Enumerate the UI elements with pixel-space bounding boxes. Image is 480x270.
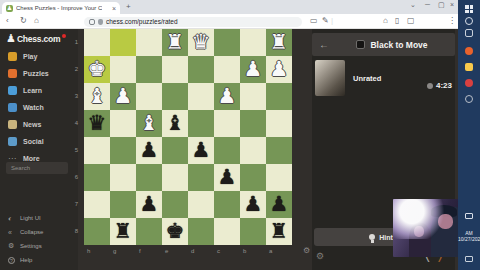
sidebar-toggle-icon[interactable]: ▭ (310, 16, 318, 25)
white-king-h2: ♚ (88, 59, 107, 80)
square-e2[interactable] (162, 56, 188, 83)
square-c8[interactable] (214, 218, 240, 245)
sidebar-item-label: Learn (23, 87, 42, 94)
black-bishop-e4: ♝ (166, 113, 185, 134)
rank-labels: 12345678 (66, 29, 82, 245)
search-input[interactable]: Search (6, 162, 68, 174)
footer-item-label: Light UI (20, 215, 41, 221)
square-c5[interactable] (214, 137, 240, 164)
clock-icon (427, 83, 433, 89)
chesscom-logo[interactable]: ♟ Chess.com (6, 33, 66, 44)
file-label-g: g (110, 246, 136, 256)
taskbar-search-icon[interactable] (465, 17, 473, 25)
square-h8[interactable] (84, 218, 110, 245)
sidebar-footer-help[interactable]: ?Help (8, 254, 32, 266)
square-h1[interactable] (84, 29, 110, 56)
square-e3[interactable] (162, 83, 188, 110)
window-minimize-icon[interactable]: ─ (425, 1, 430, 8)
square-d8[interactable] (188, 218, 214, 245)
square-a7[interactable]: ♟ (266, 191, 292, 218)
black-to-move-wrap: Black to Move (356, 40, 427, 50)
square-a4[interactable] (266, 110, 292, 137)
sidebar-item-label: Puzzles (23, 70, 49, 77)
square-h2[interactable]: ♚ (84, 56, 110, 83)
white-bishop-h3: ♝ (88, 86, 107, 107)
square-g3[interactable]: ♟ (110, 83, 136, 110)
square-b1[interactable] (240, 29, 266, 56)
watch-icon (8, 103, 17, 112)
light-ui-icon: ◐ (8, 215, 17, 222)
windows-taskbar: AM 10/27/2023 (458, 0, 480, 270)
rank-label-1: 1 (66, 29, 82, 56)
file-label-e: e (162, 246, 188, 256)
square-b2[interactable]: ♟ (240, 56, 266, 83)
square-f6[interactable] (136, 164, 162, 191)
white-rook-e1: ♜ (166, 32, 185, 53)
black-pawn-d5: ♟ (192, 140, 211, 161)
square-c6[interactable]: ♟ (214, 164, 240, 191)
square-b8[interactable] (240, 218, 266, 245)
square-e6[interactable] (162, 164, 188, 191)
player-row: Unrated 4:23 (315, 60, 452, 98)
square-d2[interactable] (188, 56, 214, 83)
social-icon (8, 137, 17, 146)
black-square-icon (356, 40, 365, 49)
share-icon[interactable]: ✎ (322, 16, 329, 25)
square-g2[interactable] (110, 56, 136, 83)
file-label-d: d (188, 246, 214, 256)
logo-pawn-icon: ♟ (6, 33, 16, 44)
square-c3[interactable]: ♟ (214, 83, 240, 110)
footer-item-label: Collapse (20, 229, 43, 235)
taskbar-media-app-icon[interactable] (465, 79, 473, 87)
downloads-icon[interactable]: ⌂ (383, 16, 388, 25)
sidebar-item-label: Watch (23, 104, 44, 111)
file-label-c: c (214, 246, 240, 256)
site-info-icon[interactable] (89, 19, 95, 25)
rank-label-3: 3 (66, 83, 82, 110)
square-a1[interactable]: ♜ (266, 29, 292, 56)
square-a2[interactable]: ♟ (266, 56, 292, 83)
browser-tab-strip: ♟ Chess Puzzles - Improve Your C × + ⌄ ─… (0, 0, 458, 14)
square-c4[interactable] (214, 110, 240, 137)
black-pawn-a7: ♟ (270, 194, 289, 215)
window-restore-icon[interactable]: ⌄ (410, 1, 416, 9)
screen: ♟ Chess Puzzles - Improve Your C × + ⌄ ─… (0, 0, 480, 270)
black-pawn-b7: ♟ (244, 194, 263, 215)
square-g6[interactable] (110, 164, 136, 191)
rank-label-7: 7 (66, 191, 82, 218)
black-pawn-f5: ♟ (140, 140, 159, 161)
square-g7[interactable] (110, 191, 136, 218)
webcam-light-flare (393, 199, 445, 239)
play-icon (8, 52, 17, 61)
square-a8[interactable]: ♜ (266, 218, 292, 245)
square-g1[interactable] (110, 29, 136, 56)
rank-label-2: 2 (66, 56, 82, 83)
square-a6[interactable] (266, 164, 292, 191)
taskbar-folder-app-icon[interactable] (465, 63, 473, 71)
file-labels: hgfedcba (84, 246, 292, 256)
rank-label-8: 8 (66, 218, 82, 245)
black-rook-g8: ♜ (114, 221, 133, 242)
square-h4[interactable]: ♛ (84, 110, 110, 137)
square-d3[interactable] (188, 83, 214, 110)
hint-label: Hint (379, 234, 393, 241)
window-maximize-icon[interactable]: ▢ (438, 1, 445, 9)
white-pawn-g3: ♟ (114, 86, 133, 107)
sidebar-item-label: More (23, 155, 40, 162)
square-b7[interactable]: ♟ (240, 191, 266, 218)
rank-label-4: 4 (66, 110, 82, 137)
back-arrow-icon[interactable]: ← (319, 39, 329, 50)
square-d7[interactable] (188, 191, 214, 218)
square-a5[interactable] (266, 137, 292, 164)
new-tab-button[interactable]: + (126, 2, 131, 11)
address-bar[interactable]: chess.com/puzzles/rated (84, 17, 302, 27)
browser-tab[interactable]: ♟ Chess Puzzles - Improve Your C × (2, 2, 120, 14)
square-c2[interactable] (214, 56, 240, 83)
square-d1[interactable]: ♛ (188, 29, 214, 56)
rank-label-6: 6 (66, 164, 82, 191)
chesscom-favicon: ♟ (6, 5, 13, 12)
player-avatar[interactable] (315, 60, 345, 96)
square-h5[interactable] (84, 137, 110, 164)
url-text: chess.com/puzzles/rated (106, 18, 178, 25)
news-icon (8, 120, 17, 129)
square-e1[interactable]: ♜ (162, 29, 188, 56)
taskbar-browser-app-icon[interactable] (465, 47, 473, 55)
white-queen-d1: ♛ (192, 32, 211, 53)
sidebar-footer-settings[interactable]: ⚙Settings (8, 240, 42, 252)
square-h7[interactable] (84, 191, 110, 218)
black-king-e8: ♚ (166, 221, 185, 242)
white-pawn-c3: ♟ (218, 86, 237, 107)
panel-settings-gear-icon[interactable]: ⚙ (316, 251, 324, 261)
square-d4[interactable] (188, 110, 214, 137)
learn-icon (8, 86, 17, 95)
taskbar-task-view-icon[interactable] (465, 29, 473, 37)
move-indicator-text: Black to Move (370, 40, 427, 50)
square-a3[interactable] (266, 83, 292, 110)
collections-icon[interactable]: ▢ (407, 16, 415, 25)
black-rook-a8: ♜ (270, 221, 289, 242)
square-e5[interactable] (162, 137, 188, 164)
show-desktop-button[interactable] (465, 256, 473, 262)
taskbar-clock-date: 10/27/2023 (458, 236, 480, 242)
square-f4[interactable]: ♝ (136, 110, 162, 137)
taskbar-clock[interactable]: AM 10/27/2023 (458, 230, 480, 242)
taskbar-notifications-icon[interactable] (465, 213, 473, 219)
square-e4[interactable]: ♝ (162, 110, 188, 137)
rank-label-5: 5 (66, 137, 82, 164)
toolbar-divider: | (331, 16, 333, 25)
square-b3[interactable] (240, 83, 266, 110)
site-shield-icon (98, 19, 103, 25)
browser-toolbar: ‹ ↻ ⌂ chess.com/puzzles/rated ▭ ✎ | ⌂ ▯ … (0, 14, 458, 29)
square-d6[interactable] (188, 164, 214, 191)
tab-title: Chess Puzzles - Improve Your C (16, 5, 102, 11)
black-pawn-f7: ♟ (140, 194, 159, 215)
window-close-icon[interactable]: × (450, 1, 454, 8)
webcam-overlay (393, 199, 467, 257)
sidebar-footer-light-ui[interactable]: ◐Light UI (8, 212, 41, 224)
file-label-b: b (240, 246, 266, 256)
move-indicator-header: ← Black to Move (312, 33, 455, 56)
logo-text: Chess.com (17, 34, 61, 44)
help-icon: ? (8, 257, 15, 264)
square-f8[interactable] (136, 218, 162, 245)
refresh-icon[interactable]: ↻ (20, 16, 27, 25)
square-d5[interactable]: ♟ (188, 137, 214, 164)
bookmarks-icon[interactable]: ▯ (395, 16, 399, 25)
square-f2[interactable] (136, 56, 162, 83)
square-f1[interactable] (136, 29, 162, 56)
black-pawn-c6: ♟ (218, 167, 237, 188)
white-bishop-f4: ♝ (140, 113, 159, 134)
sidebar-item-label: News (23, 121, 41, 128)
square-g8[interactable]: ♜ (110, 218, 136, 245)
puzzles-icon (8, 69, 17, 78)
tab-close-icon[interactable]: × (112, 5, 116, 12)
square-e8[interactable]: ♚ (162, 218, 188, 245)
lightbulb-icon (369, 234, 375, 240)
sidebar-footer-collapse[interactable]: «Collapse (8, 226, 43, 238)
chess-board: ♜♛♜♚♟♟♝♟♟♛♝♝♟♟♟♟♟♟♜♚♜ (84, 29, 292, 245)
browser-menu-icon[interactable]: ⋮ (448, 16, 456, 25)
taskbar-clock-app-icon[interactable] (465, 95, 473, 103)
square-h6[interactable] (84, 164, 110, 191)
footer-item-label: Help (20, 257, 32, 263)
white-pawn-b2: ♟ (244, 59, 263, 80)
timer: 4:23 (427, 73, 452, 98)
square-f3[interactable] (136, 83, 162, 110)
square-c7[interactable] (214, 191, 240, 218)
file-label-a: a (266, 246, 292, 256)
square-e7[interactable] (162, 191, 188, 218)
square-g5[interactable] (110, 137, 136, 164)
timer-value: 4:23 (436, 81, 452, 90)
taskbar-start-icon[interactable] (465, 5, 473, 13)
white-pawn-a2: ♟ (270, 59, 289, 80)
board-settings-gear-icon[interactable]: ⚙ (303, 246, 310, 255)
square-g4[interactable] (110, 110, 136, 137)
back-icon[interactable]: ‹ (6, 16, 9, 25)
square-c1[interactable] (214, 29, 240, 56)
square-b6[interactable] (240, 164, 266, 191)
square-b4[interactable] (240, 110, 266, 137)
square-h3[interactable]: ♝ (84, 83, 110, 110)
settings-icon: ⚙ (8, 242, 17, 250)
collapse-icon: « (8, 229, 17, 236)
home-icon[interactable]: ⌂ (34, 16, 39, 25)
square-f7[interactable]: ♟ (136, 191, 162, 218)
sidebar-item-label: Social (23, 138, 44, 145)
file-label-h: h (84, 246, 110, 256)
square-f5[interactable]: ♟ (136, 137, 162, 164)
search-placeholder: Search (11, 165, 30, 171)
white-rook-a1: ♜ (270, 32, 289, 53)
black-queen-h4: ♛ (88, 113, 107, 134)
file-label-f: f (136, 246, 162, 256)
sidebar-item-label: Play (23, 53, 37, 60)
square-b5[interactable] (240, 137, 266, 164)
player-name: Unrated (353, 74, 381, 98)
footer-item-label: Settings (20, 243, 42, 249)
